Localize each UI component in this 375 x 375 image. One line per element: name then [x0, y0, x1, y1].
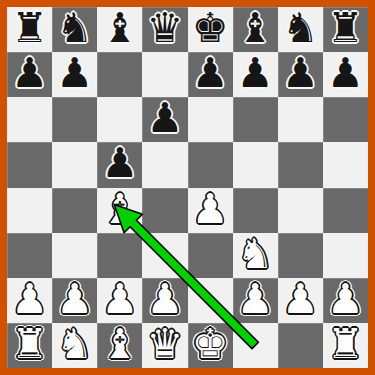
square-d2[interactable]: ♟ [142, 278, 187, 323]
white-knight-icon[interactable]: ♞ [56, 322, 93, 367]
black-knight-icon[interactable]: ♞ [282, 6, 319, 51]
square-b7[interactable]: ♟ [52, 52, 97, 97]
board-frame: ♜♞♝♛♚♝♞♜♟♟♟♟♟♟♟♟♝♟♞♟♟♟♟♟♟♟♜♞♝♛♚♜ [0, 0, 375, 375]
square-b6[interactable] [52, 97, 97, 142]
square-b3[interactable] [52, 233, 97, 278]
square-c7[interactable] [97, 52, 142, 97]
white-bishop-icon[interactable]: ♝ [101, 187, 138, 232]
square-e6[interactable] [188, 97, 233, 142]
white-pawn-icon[interactable]: ♟ [282, 277, 319, 322]
square-e5[interactable] [188, 142, 233, 187]
square-c5[interactable]: ♟ [97, 142, 142, 187]
white-pawn-icon[interactable]: ♟ [327, 277, 364, 322]
black-pawn-icon[interactable]: ♟ [101, 141, 138, 186]
square-e4[interactable]: ♟ [188, 188, 233, 233]
black-king-icon[interactable]: ♚ [192, 6, 229, 51]
white-bishop-icon[interactable]: ♝ [101, 322, 138, 367]
white-pawn-icon[interactable]: ♟ [11, 277, 48, 322]
square-c6[interactable] [97, 97, 142, 142]
square-g3[interactable] [278, 233, 323, 278]
white-queen-icon[interactable]: ♛ [147, 322, 184, 367]
black-pawn-icon[interactable]: ♟ [282, 51, 319, 96]
black-bishop-icon[interactable]: ♝ [101, 6, 138, 51]
square-g8[interactable]: ♞ [278, 7, 323, 52]
square-g2[interactable]: ♟ [278, 278, 323, 323]
square-h8[interactable]: ♜ [323, 7, 368, 52]
black-pawn-icon[interactable]: ♟ [192, 51, 229, 96]
square-a3[interactable] [7, 233, 52, 278]
square-b5[interactable] [52, 142, 97, 187]
white-pawn-icon[interactable]: ♟ [237, 277, 274, 322]
square-f4[interactable] [233, 188, 278, 233]
square-h1[interactable]: ♜ [323, 323, 368, 368]
square-g5[interactable] [278, 142, 323, 187]
square-b2[interactable]: ♟ [52, 278, 97, 323]
white-pawn-icon[interactable]: ♟ [56, 277, 93, 322]
square-g7[interactable]: ♟ [278, 52, 323, 97]
square-h6[interactable] [323, 97, 368, 142]
square-h2[interactable]: ♟ [323, 278, 368, 323]
square-e1[interactable]: ♚ [188, 323, 233, 368]
square-d3[interactable] [142, 233, 187, 278]
square-c8[interactable]: ♝ [97, 7, 142, 52]
square-c3[interactable] [97, 233, 142, 278]
square-f5[interactable] [233, 142, 278, 187]
black-rook-icon[interactable]: ♜ [327, 6, 364, 51]
square-b1[interactable]: ♞ [52, 323, 97, 368]
white-knight-icon[interactable]: ♞ [237, 232, 274, 277]
black-pawn-icon[interactable]: ♟ [147, 96, 184, 141]
square-g6[interactable] [278, 97, 323, 142]
square-c1[interactable]: ♝ [97, 323, 142, 368]
square-d5[interactable] [142, 142, 187, 187]
square-b8[interactable]: ♞ [52, 7, 97, 52]
square-c4[interactable]: ♝ [97, 188, 142, 233]
black-bishop-icon[interactable]: ♝ [237, 6, 274, 51]
square-f1[interactable] [233, 323, 278, 368]
square-a2[interactable]: ♟ [7, 278, 52, 323]
square-h5[interactable] [323, 142, 368, 187]
chess-board: ♜♞♝♛♚♝♞♜♟♟♟♟♟♟♟♟♝♟♞♟♟♟♟♟♟♟♜♞♝♛♚♜ [7, 7, 368, 368]
square-b4[interactable] [52, 188, 97, 233]
square-d7[interactable] [142, 52, 187, 97]
white-rook-icon[interactable]: ♜ [327, 322, 364, 367]
square-a7[interactable]: ♟ [7, 52, 52, 97]
square-g4[interactable] [278, 188, 323, 233]
square-d8[interactable]: ♛ [142, 7, 187, 52]
square-c2[interactable]: ♟ [97, 278, 142, 323]
square-e2[interactable] [188, 278, 233, 323]
square-d6[interactable]: ♟ [142, 97, 187, 142]
square-h4[interactable] [323, 188, 368, 233]
square-e8[interactable]: ♚ [188, 7, 233, 52]
square-a8[interactable]: ♜ [7, 7, 52, 52]
square-f6[interactable] [233, 97, 278, 142]
square-a1[interactable]: ♜ [7, 323, 52, 368]
square-e7[interactable]: ♟ [188, 52, 233, 97]
square-d4[interactable] [142, 188, 187, 233]
black-pawn-icon[interactable]: ♟ [327, 51, 364, 96]
square-a6[interactable] [7, 97, 52, 142]
square-a5[interactable] [7, 142, 52, 187]
black-pawn-icon[interactable]: ♟ [56, 51, 93, 96]
square-a4[interactable] [7, 188, 52, 233]
square-f3[interactable]: ♞ [233, 233, 278, 278]
square-d1[interactable]: ♛ [142, 323, 187, 368]
white-pawn-icon[interactable]: ♟ [192, 187, 229, 232]
black-knight-icon[interactable]: ♞ [56, 6, 93, 51]
white-pawn-icon[interactable]: ♟ [147, 277, 184, 322]
black-queen-icon[interactable]: ♛ [147, 6, 184, 51]
white-rook-icon[interactable]: ♜ [11, 322, 48, 367]
square-e3[interactable] [188, 233, 233, 278]
square-h7[interactable]: ♟ [323, 52, 368, 97]
black-rook-icon[interactable]: ♜ [11, 6, 48, 51]
square-f2[interactable]: ♟ [233, 278, 278, 323]
square-g1[interactable] [278, 323, 323, 368]
white-pawn-icon[interactable]: ♟ [101, 277, 138, 322]
black-pawn-icon[interactable]: ♟ [11, 51, 48, 96]
black-pawn-icon[interactable]: ♟ [237, 51, 274, 96]
square-h3[interactable] [323, 233, 368, 278]
white-king-icon[interactable]: ♚ [192, 322, 229, 367]
square-f8[interactable]: ♝ [233, 7, 278, 52]
square-f7[interactable]: ♟ [233, 52, 278, 97]
